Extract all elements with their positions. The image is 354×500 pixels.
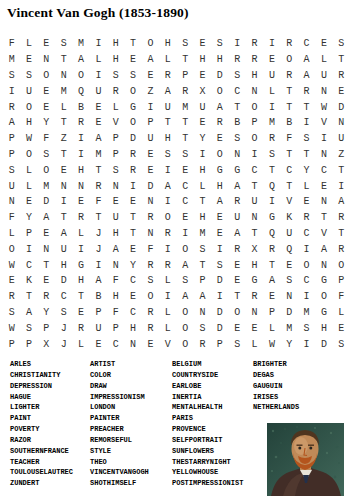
grid-cell-r4c16: L — [263, 83, 280, 99]
grid-cell-r6c11: T — [177, 115, 194, 131]
grid-cell-r6c17: B — [281, 115, 298, 131]
grid-cell-r8c20: Z — [333, 147, 350, 163]
grid-cell-r2c16: E — [263, 52, 280, 68]
word-item: TEACHER — [10, 457, 73, 468]
grid-cell-r20c11: O — [177, 336, 194, 352]
word-item: INERTIA — [172, 392, 243, 403]
grid-cell-r10c16: Q — [263, 178, 280, 194]
grid-cell-r10c3: M — [38, 178, 55, 194]
grid-cell-r6c8: O — [124, 115, 141, 131]
word-item: RAZOR — [10, 435, 73, 446]
word-item: PROVENCE — [172, 424, 243, 435]
grid-cell-r2c11: T — [177, 52, 194, 68]
grid-cell-r13c8: T — [124, 226, 141, 242]
grid-cell-r12c18: R — [298, 210, 315, 226]
grid-cell-r13c9: N — [142, 226, 159, 242]
grid-cell-r8c2: O — [20, 147, 37, 163]
grid-cell-r1c3: E — [38, 36, 55, 52]
grid-cell-r19c14: E — [229, 320, 246, 336]
grid-cell-r12c1: F — [3, 210, 20, 226]
grid-cell-r20c19: D — [315, 336, 332, 352]
grid-cell-r16c2: K — [20, 273, 37, 289]
word-item: IRISES — [253, 392, 299, 403]
word-item: EARLOBE — [172, 381, 243, 392]
grid-cell-r1c5: M — [72, 36, 89, 52]
grid-cell-r18c2: A — [20, 305, 37, 321]
grid-cell-r14c3: N — [38, 241, 55, 257]
grid-cell-r2c19: L — [315, 52, 332, 68]
grid-cell-r4c17: T — [281, 83, 298, 99]
grid-cell-r9c20: T — [333, 162, 350, 178]
grid-cell-r18c17: D — [281, 305, 298, 321]
grid-cell-r8c12: I — [194, 147, 211, 163]
grid-cell-r20c10: V — [159, 336, 176, 352]
grid-cell-r19c11: O — [177, 320, 194, 336]
grid-cell-r14c14: R — [229, 241, 246, 257]
grid-cell-r9c17: C — [281, 162, 298, 178]
grid-cell-r12c10: O — [159, 210, 176, 226]
grid-cell-r12c9: R — [142, 210, 159, 226]
word-item: LONDON — [90, 402, 149, 413]
grid-cell-r8c11: S — [177, 147, 194, 163]
grid-cell-r19c2: S — [20, 320, 37, 336]
grid-cell-r4c19: N — [315, 83, 332, 99]
grid-cell-r13c1: L — [3, 226, 20, 242]
grid-cell-r16c12: P — [194, 273, 211, 289]
word-item: VINCENTVANGOGH — [90, 467, 149, 478]
grid-cell-r16c13: D — [211, 273, 228, 289]
word-item: COUNTRYSIDE — [172, 370, 243, 381]
grid-cell-r14c12: S — [194, 241, 211, 257]
grid-cell-r9c16: T — [263, 162, 280, 178]
grid-cell-r19c20: E — [333, 320, 350, 336]
grid-cell-r6c7: V — [107, 115, 124, 131]
grid-cell-r12c13: E — [211, 210, 228, 226]
grid-cell-r15c13: S — [211, 257, 228, 273]
grid-cell-r5c7: L — [107, 99, 124, 115]
grid-cell-r14c13: I — [211, 241, 228, 257]
grid-cell-r18c12: N — [194, 305, 211, 321]
grid-cell-r13c7: H — [107, 226, 124, 242]
grid-cell-r9c15: C — [246, 162, 263, 178]
word-item: DEGAS — [253, 370, 299, 381]
grid-cell-r13c2: P — [20, 226, 37, 242]
grid-cell-r9c11: E — [177, 162, 194, 178]
grid-cell-r18c9: R — [142, 305, 159, 321]
word-item: STYLE — [90, 446, 149, 457]
grid-cell-r18c7: F — [107, 305, 124, 321]
grid-cell-r7c11: T — [177, 131, 194, 147]
grid-cell-r2c18: A — [298, 52, 315, 68]
grid-cell-r18c16: P — [263, 305, 280, 321]
grid-cell-r15c9: R — [142, 257, 159, 273]
grid-cell-r7c4: Z — [55, 131, 72, 147]
grid-cell-r3c15: H — [246, 68, 263, 84]
grid-cell-r3c18: A — [298, 68, 315, 84]
grid-cell-r6c20: N — [333, 115, 350, 131]
grid-cell-r13c13: E — [211, 226, 228, 242]
grid-cell-r17c9: O — [142, 289, 159, 305]
grid-cell-r4c2: U — [20, 83, 37, 99]
grid-cell-r10c12: L — [194, 178, 211, 194]
grid-cell-r1c9: O — [142, 36, 159, 52]
grid-cell-r15c6: I — [90, 257, 107, 273]
grid-cell-r5c20: D — [333, 99, 350, 115]
grid-cell-r19c18: S — [298, 320, 315, 336]
page-title: Vincent Van Gogh (1853-1890) — [7, 5, 189, 21]
word-search-grid: FLESMIHTOHSESIRIRCESMENTALHEALTHHRREOALT… — [3, 36, 350, 352]
grid-cell-r7c1: P — [3, 131, 20, 147]
grid-cell-r12c15: N — [246, 210, 263, 226]
grid-cell-r7c5: I — [72, 131, 89, 147]
grid-cell-r3c12: E — [194, 68, 211, 84]
grid-cell-r3c17: R — [281, 68, 298, 84]
grid-cell-r11c9: N — [142, 194, 159, 210]
grid-cell-r11c17: V — [281, 194, 298, 210]
grid-cell-r13c18: C — [298, 226, 315, 242]
word-item: NETHERLANDS — [253, 402, 299, 413]
grid-cell-r8c17: T — [281, 147, 298, 163]
grid-cell-r16c6: A — [90, 273, 107, 289]
grid-cell-r1c11: S — [177, 36, 194, 52]
grid-cell-r14c2: I — [20, 241, 37, 257]
grid-cell-r10c20: I — [333, 178, 350, 194]
grid-cell-r2c9: A — [142, 52, 159, 68]
grid-cell-r20c4: J — [55, 336, 72, 352]
grid-cell-r17c2: T — [20, 289, 37, 305]
word-item: ARLES — [10, 359, 73, 370]
grid-cell-r12c6: T — [90, 210, 107, 226]
word-item: SHOTHIMSELF — [90, 478, 149, 489]
grid-cell-r11c3: D — [38, 194, 55, 210]
word-item: LIGHTER — [10, 402, 73, 413]
grid-cell-r2c10: L — [159, 52, 176, 68]
grid-cell-r4c4: M — [55, 83, 72, 99]
grid-cell-r5c6: E — [90, 99, 107, 115]
grid-cell-r17c17: N — [281, 289, 298, 305]
grid-cell-r17c3: R — [38, 289, 55, 305]
grid-cell-r17c19: O — [315, 289, 332, 305]
grid-cell-r15c2: C — [20, 257, 37, 273]
grid-cell-r15c8: Y — [124, 257, 141, 273]
grid-cell-r5c16: I — [263, 99, 280, 115]
grid-cell-r8c18: T — [298, 147, 315, 163]
word-item: CHRISTIANITY — [10, 370, 73, 381]
grid-cell-r17c10: I — [159, 289, 176, 305]
word-item: DRAW — [90, 381, 149, 392]
grid-cell-r3c9: E — [142, 68, 159, 84]
word-list-column-3: BELGIUMCOUNTRYSIDEEARLOBEINERTIAMENTALHE… — [172, 359, 243, 489]
grid-cell-r4c3: E — [38, 83, 55, 99]
grid-cell-r15c3: T — [38, 257, 55, 273]
grid-cell-r2c17: O — [281, 52, 298, 68]
grid-cell-r15c19: N — [315, 257, 332, 273]
grid-cell-r12c3: A — [38, 210, 55, 226]
grid-cell-r14c8: E — [124, 241, 141, 257]
grid-cell-r11c1: N — [3, 194, 20, 210]
word-item: SUNFLOWERS — [172, 446, 243, 457]
grid-cell-r12c8: T — [124, 210, 141, 226]
grid-cell-r16c10: L — [159, 273, 176, 289]
grid-cell-r1c12: E — [194, 36, 211, 52]
grid-cell-r13c11: I — [177, 226, 194, 242]
grid-cell-r13c20: T — [333, 226, 350, 242]
grid-cell-r13c19: V — [315, 226, 332, 242]
word-item: SOUTHERNFRANCE — [10, 446, 73, 457]
grid-cell-r3c8: S — [124, 68, 141, 84]
grid-cell-r1c8: T — [124, 36, 141, 52]
grid-cell-r7c19: I — [315, 131, 332, 147]
grid-cell-r19c7: P — [107, 320, 124, 336]
grid-cell-r16c1: E — [3, 273, 20, 289]
grid-cell-r12c16: G — [263, 210, 280, 226]
grid-cell-r10c13: H — [211, 178, 228, 194]
grid-cell-r3c3: O — [38, 68, 55, 84]
grid-cell-r2c3: N — [38, 52, 55, 68]
word-list-column-4: BRIGHTERDEGASGAUGUINIRISESNETHERLANDS — [253, 359, 299, 413]
grid-cell-r16c15: G — [246, 273, 263, 289]
grid-cell-r10c18: L — [298, 178, 315, 194]
grid-cell-r16c4: D — [55, 273, 72, 289]
grid-cell-r7c3: F — [38, 131, 55, 147]
grid-cell-r3c4: N — [55, 68, 72, 84]
word-list-column-1: ARLESCHRISTIANITYDEPRESSIONHAGUELIGHTERP… — [10, 359, 73, 489]
grid-cell-r14c11: O — [177, 241, 194, 257]
grid-cell-r18c18: M — [298, 305, 315, 321]
grid-cell-r9c4: E — [55, 162, 72, 178]
grid-cell-r3c20: R — [333, 68, 350, 84]
grid-cell-r8c5: I — [72, 147, 89, 163]
grid-cell-r15c16: T — [263, 257, 280, 273]
grid-cell-r14c4: U — [55, 241, 72, 257]
grid-cell-r7c15: O — [246, 131, 263, 147]
grid-cell-r20c5: L — [72, 336, 89, 352]
grid-cell-r3c6: I — [90, 68, 107, 84]
grid-cell-r20c17: Y — [281, 336, 298, 352]
grid-cell-r6c6: E — [90, 115, 107, 131]
grid-cell-r1c20: S — [333, 36, 350, 52]
grid-cell-r10c9: D — [142, 178, 159, 194]
grid-cell-r5c13: A — [211, 99, 228, 115]
grid-cell-r2c4: T — [55, 52, 72, 68]
word-item: SELFPORTRAIT — [172, 435, 243, 446]
grid-cell-r3c1: S — [3, 68, 20, 84]
grid-cell-r7c16: R — [263, 131, 280, 147]
grid-cell-r19c4: J — [55, 320, 72, 336]
word-item: POSTIMPRESSIONIST — [172, 478, 243, 489]
grid-cell-r3c11: P — [177, 68, 194, 84]
grid-cell-r15c15: H — [246, 257, 263, 273]
grid-cell-r17c14: T — [229, 289, 246, 305]
grid-cell-r5c1: R — [3, 99, 20, 115]
grid-cell-r18c13: D — [211, 305, 228, 321]
grid-cell-r4c6: U — [90, 83, 107, 99]
grid-cell-r20c18: I — [298, 336, 315, 352]
grid-cell-r9c7: S — [107, 162, 124, 178]
grid-cell-r5c17: T — [281, 99, 298, 115]
grid-cell-r8c7: P — [107, 147, 124, 163]
word-item: DEPRESSION — [10, 381, 73, 392]
van-gogh-portrait-art — [267, 423, 344, 496]
grid-cell-r4c18: R — [298, 83, 315, 99]
grid-cell-r9c6: T — [90, 162, 107, 178]
grid-cell-r8c19: N — [315, 147, 332, 163]
grid-cell-r4c5: Q — [72, 83, 89, 99]
grid-cell-r3c2: S — [20, 68, 37, 84]
word-item: HAGUE — [10, 392, 73, 403]
grid-cell-r5c2: O — [20, 99, 37, 115]
grid-cell-r14c19: A — [315, 241, 332, 257]
grid-cell-r8c9: E — [142, 147, 159, 163]
grid-cell-r2c1: M — [3, 52, 20, 68]
grid-cell-r11c13: A — [211, 194, 228, 210]
grid-cell-r17c15: R — [246, 289, 263, 305]
grid-cell-r4c11: R — [177, 83, 194, 99]
grid-cell-r11c11: C — [177, 194, 194, 210]
grid-cell-r5c10: U — [159, 99, 176, 115]
grid-cell-r18c19: G — [315, 305, 332, 321]
grid-cell-r6c15: P — [246, 115, 263, 131]
grid-cell-r1c16: I — [263, 36, 280, 52]
grid-cell-r11c8: E — [124, 194, 141, 210]
grid-cell-r4c9: Z — [142, 83, 159, 99]
grid-cell-r17c5: T — [72, 289, 89, 305]
grid-cell-r10c11: C — [177, 178, 194, 194]
grid-cell-r17c11: A — [177, 289, 194, 305]
grid-cell-r20c15: L — [246, 336, 263, 352]
grid-cell-r14c5: I — [72, 241, 89, 257]
grid-cell-r10c1: U — [3, 178, 20, 194]
grid-cell-r13c10: R — [159, 226, 176, 242]
grid-cell-r6c1: A — [3, 115, 20, 131]
grid-cell-r16c3: E — [38, 273, 55, 289]
grid-cell-r15c1: W — [3, 257, 20, 273]
grid-cell-r4c14: C — [229, 83, 246, 99]
grid-cell-r16c11: S — [177, 273, 194, 289]
word-item: IMPRESSIONISM — [90, 392, 149, 403]
grid-cell-r18c4: S — [55, 305, 72, 321]
grid-cell-r9c12: H — [194, 162, 211, 178]
grid-cell-r11c5: E — [72, 194, 89, 210]
grid-cell-r14c7: A — [107, 241, 124, 257]
grid-cell-r5c12: U — [194, 99, 211, 115]
grid-cell-r5c14: T — [229, 99, 246, 115]
grid-cell-r12c17: K — [281, 210, 298, 226]
grid-cell-r19c10: L — [159, 320, 176, 336]
grid-cell-r15c12: T — [194, 257, 211, 273]
grid-cell-r1c2: L — [20, 36, 37, 52]
grid-cell-r12c19: T — [315, 210, 332, 226]
grid-cell-r12c14: U — [229, 210, 246, 226]
grid-cell-r2c15: R — [246, 52, 263, 68]
grid-cell-r4c12: X — [194, 83, 211, 99]
grid-cell-r14c17: Q — [281, 241, 298, 257]
grid-cell-r17c4: C — [55, 289, 72, 305]
grid-cell-r7c14: S — [229, 131, 246, 147]
grid-cell-r4c8: O — [124, 83, 141, 99]
grid-cell-r16c19: G — [315, 273, 332, 289]
grid-cell-r5c4: L — [55, 99, 72, 115]
grid-cell-r7c7: P — [107, 131, 124, 147]
word-item: PREACHER — [90, 424, 149, 435]
grid-cell-r5c11: M — [177, 99, 194, 115]
grid-cell-r6c3: Y — [38, 115, 55, 131]
grid-cell-r6c10: T — [159, 115, 176, 131]
grid-cell-r18c11: O — [177, 305, 194, 321]
grid-cell-r6c19: V — [315, 115, 332, 131]
grid-cell-r6c14: B — [229, 115, 246, 131]
grid-cell-r15c17: E — [281, 257, 298, 273]
word-item: THEO — [90, 457, 149, 468]
grid-cell-r17c7: H — [107, 289, 124, 305]
grid-cell-r3c7: S — [107, 68, 124, 84]
grid-cell-r20c12: R — [194, 336, 211, 352]
grid-cell-r7c10: H — [159, 131, 176, 147]
grid-cell-r17c12: A — [194, 289, 211, 305]
grid-cell-r5c8: G — [124, 99, 141, 115]
grid-cell-r10c5: N — [72, 178, 89, 194]
grid-cell-r13c6: J — [90, 226, 107, 242]
grid-cell-r2c5: A — [72, 52, 89, 68]
grid-cell-r11c12: T — [194, 194, 211, 210]
grid-cell-r5c18: T — [298, 99, 315, 115]
grid-cell-r12c2: Y — [20, 210, 37, 226]
word-item: PARIS — [172, 413, 243, 424]
word-item: THESTARRYNIGHT — [172, 457, 243, 468]
grid-cell-r6c12: E — [194, 115, 211, 131]
grid-cell-r2c12: H — [194, 52, 211, 68]
grid-cell-r20c9: E — [142, 336, 159, 352]
grid-cell-r19c5: R — [72, 320, 89, 336]
grid-cell-r15c10: R — [159, 257, 176, 273]
grid-cell-r4c7: R — [107, 83, 124, 99]
grid-cell-r4c10: A — [159, 83, 176, 99]
grid-cell-r8c6: M — [90, 147, 107, 163]
grid-cell-r13c14: A — [229, 226, 246, 242]
grid-cell-r12c4: T — [55, 210, 72, 226]
grid-cell-r19c1: W — [3, 320, 20, 336]
grid-cell-r1c19: E — [315, 36, 332, 52]
grid-cell-r9c9: E — [142, 162, 159, 178]
grid-cell-r7c20: U — [333, 131, 350, 147]
grid-cell-r6c2: H — [20, 115, 37, 131]
grid-cell-r9c19: C — [315, 162, 332, 178]
grid-cell-r5c9: I — [142, 99, 159, 115]
grid-cell-r6c5: R — [72, 115, 89, 131]
grid-cell-r18c8: C — [124, 305, 141, 321]
grid-cell-r11c14: R — [229, 194, 246, 210]
grid-cell-r14c10: I — [159, 241, 176, 257]
grid-cell-r20c8: N — [124, 336, 141, 352]
grid-cell-r8c14: N — [229, 147, 246, 163]
word-item: PAINT — [10, 413, 73, 424]
grid-cell-r1c6: I — [90, 36, 107, 52]
grid-cell-r11c18: E — [298, 194, 315, 210]
grid-cell-r8c16: S — [263, 147, 280, 163]
grid-cell-r6c9: P — [142, 115, 159, 131]
grid-cell-r17c13: I — [211, 289, 228, 305]
grid-cell-r9c8: R — [124, 162, 141, 178]
grid-cell-r5c15: O — [246, 99, 263, 115]
grid-cell-r20c7: C — [107, 336, 124, 352]
grid-cell-r7c8: D — [124, 131, 141, 147]
grid-cell-r3c10: R — [159, 68, 176, 84]
grid-cell-r10c17: T — [281, 178, 298, 194]
grid-cell-r14c20: R — [333, 241, 350, 257]
grid-cell-r18c15: N — [246, 305, 263, 321]
grid-cell-r20c13: P — [211, 336, 228, 352]
grid-cell-r1c17: R — [281, 36, 298, 52]
